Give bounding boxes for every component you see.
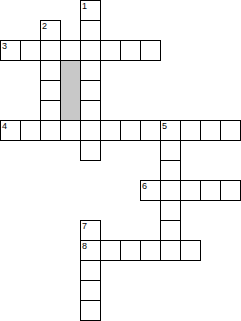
crossword-cell-r6c0[interactable]: 4: [0, 120, 21, 141]
crossword-cell-r6c4[interactable]: [80, 120, 101, 141]
crossword-cell-r5c4[interactable]: [80, 100, 101, 121]
crossword-cell-r12c7[interactable]: [140, 240, 161, 261]
crossword-cell-r8c8[interactable]: [160, 160, 181, 181]
crossword-cell-r12c4[interactable]: 8: [80, 240, 101, 261]
crossword-cell-r1c4[interactable]: [80, 20, 101, 41]
crossword-cell-r7c4[interactable]: [80, 140, 101, 161]
clue-number-7: 7: [82, 221, 87, 231]
crossword-cell-r6c10[interactable]: [200, 120, 221, 141]
crossword-cell-r6c3[interactable]: [60, 120, 81, 141]
crossword-cell-r2c7[interactable]: [140, 40, 161, 61]
crossword-cell-r6c1[interactable]: [20, 120, 41, 141]
crossword-cell-r6c11[interactable]: [220, 120, 241, 141]
crossword-cell-r12c8[interactable]: [160, 240, 181, 261]
crossword-cell-r6c6[interactable]: [120, 120, 141, 141]
crossword-cell-r6c9[interactable]: [180, 120, 201, 141]
crossword-cell-r4c2[interactable]: [40, 80, 61, 101]
crossword-cell-r10c8[interactable]: [160, 200, 181, 221]
clue-number-2: 2: [42, 21, 47, 31]
crossword-cell-r0c4[interactable]: 1: [80, 0, 101, 21]
crossword-cell-r14c4[interactable]: [80, 280, 101, 301]
crossword-cell-r13c4[interactable]: [80, 260, 101, 281]
crossword-cell-r4c4[interactable]: [80, 80, 101, 101]
crossword-cell-r9c7[interactable]: 6: [140, 180, 161, 201]
clue-number-8: 8: [82, 241, 87, 251]
crossword-cell-r1c2[interactable]: 2: [40, 20, 61, 41]
crossword-cell-r11c4[interactable]: 7: [80, 220, 101, 241]
crossword-cell-r6c2[interactable]: [40, 120, 61, 141]
crossword-cell-r2c5[interactable]: [100, 40, 121, 61]
crossword-cell-r15c4[interactable]: [80, 300, 101, 321]
crossword-cell-r6c5[interactable]: [100, 120, 121, 141]
crossword-board: 12345678: [0, 0, 241, 321]
shaded-word-block[interactable]: [60, 60, 81, 121]
crossword-cell-r12c9[interactable]: [180, 240, 201, 261]
clue-number-5: 5: [162, 121, 167, 131]
crossword-cell-r9c9[interactable]: [180, 180, 201, 201]
crossword-cell-r2c2[interactable]: [40, 40, 61, 61]
clue-number-4: 4: [2, 121, 7, 131]
crossword-cell-r11c8[interactable]: [160, 220, 181, 241]
crossword-cell-r2c1[interactable]: [20, 40, 41, 61]
crossword-cell-r9c10[interactable]: [200, 180, 221, 201]
crossword-cell-r7c8[interactable]: [160, 140, 181, 161]
crossword-cell-r5c2[interactable]: [40, 100, 61, 121]
crossword-cell-r12c5[interactable]: [100, 240, 121, 261]
crossword-cell-r2c6[interactable]: [120, 40, 141, 61]
crossword-cell-r3c2[interactable]: [40, 60, 61, 81]
clue-number-3: 3: [2, 41, 7, 51]
crossword-cell-r2c4[interactable]: [80, 40, 101, 61]
crossword-cell-r6c7[interactable]: [140, 120, 161, 141]
crossword-puzzle: 12345678: [0, 0, 241, 321]
crossword-cell-r2c3[interactable]: [60, 40, 81, 61]
crossword-cell-r3c4[interactable]: [80, 60, 101, 81]
crossword-cell-r2c0[interactable]: 3: [0, 40, 21, 61]
clue-number-1: 1: [82, 1, 87, 11]
crossword-cell-r6c8[interactable]: 5: [160, 120, 181, 141]
crossword-cell-r9c11[interactable]: [220, 180, 241, 201]
clue-number-6: 6: [142, 181, 147, 191]
crossword-cell-r12c6[interactable]: [120, 240, 141, 261]
crossword-cell-r9c8[interactable]: [160, 180, 181, 201]
